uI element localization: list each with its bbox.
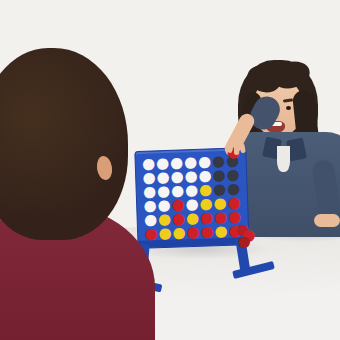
red-disc: ● (200, 224, 214, 238)
cell-r6c4[interactable]: ● (186, 225, 200, 239)
yellow-disc: ● (214, 224, 228, 238)
spare-red-disc-3: ● (237, 235, 251, 248)
red-disc: ● (186, 225, 200, 239)
girl-eye-right (286, 106, 291, 110)
girl-far-hand (314, 214, 340, 227)
yellow-disc: ● (158, 226, 172, 240)
boy-head-hair (0, 48, 128, 240)
board-grid: ●●●●●●●●●●●●●●●●●●●●●●●●●●●●●●●●●●●●●●●●… (141, 153, 242, 240)
board-frame: ●●●●●●●●●●●●●●●●●●●●●●●●●●●●●●●●●●●●●●●●… (134, 147, 249, 249)
cell-r6c5[interactable]: ● (200, 224, 214, 238)
girl-finger-2 (234, 144, 239, 155)
red-disc: ● (144, 226, 158, 240)
cell-r6c1[interactable]: ● (144, 226, 158, 240)
yellow-disc: ● (172, 225, 186, 239)
girl-shirt (277, 146, 290, 172)
cell-r6c6[interactable]: ● (214, 224, 228, 238)
photo-scene: ●●●●●●●●●●●●●●●●●●●●●●●●●●●●●●●●●●●●●●●●… (0, 0, 340, 340)
cell-r6c2[interactable]: ● (158, 226, 172, 240)
connect-four-board: ●●●●●●●●●●●●●●●●●●●●●●●●●●●●●●●●●●●●●●●●… (134, 147, 251, 251)
cell-r6c3[interactable]: ● (172, 225, 186, 239)
